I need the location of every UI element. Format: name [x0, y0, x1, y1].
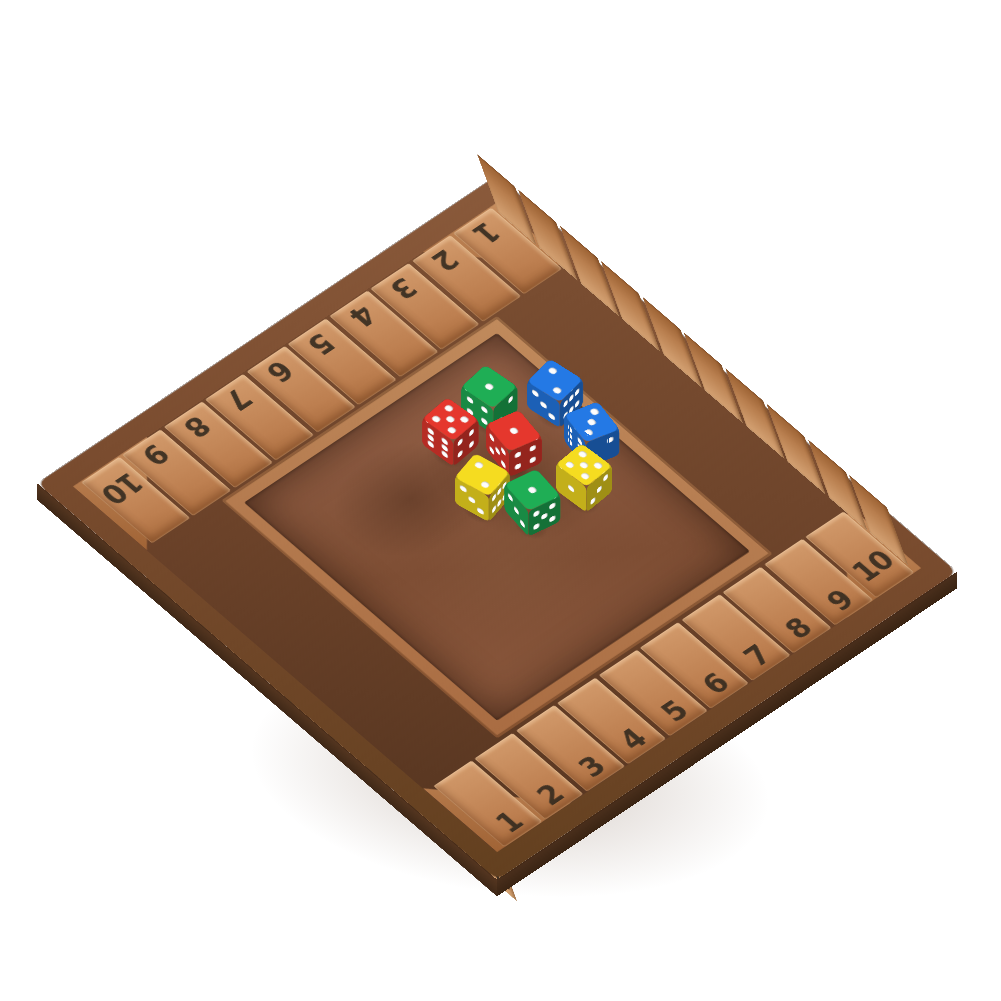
pip [458, 438, 463, 447]
pip [563, 399, 568, 409]
pip [508, 395, 513, 405]
pip [534, 522, 540, 530]
pip [468, 495, 475, 504]
pip [597, 485, 602, 494]
pip [547, 366, 558, 375]
pip [530, 456, 537, 464]
pip [490, 445, 495, 456]
pip [541, 512, 547, 520]
pip [477, 506, 484, 515]
pip [552, 386, 563, 395]
pip [580, 471, 591, 480]
pip [592, 461, 603, 470]
pip [532, 389, 539, 398]
pip [549, 515, 555, 523]
pip [460, 485, 467, 494]
tile-number: 2 [424, 243, 466, 276]
pip [549, 502, 555, 510]
pip [481, 405, 487, 414]
pip [520, 518, 525, 529]
pip [578, 461, 589, 470]
pip [446, 425, 457, 434]
pip [548, 411, 555, 420]
pip [445, 415, 456, 424]
pip [480, 480, 491, 489]
pip [540, 400, 547, 409]
pip [474, 461, 485, 470]
pip [589, 408, 600, 416]
pip [534, 510, 540, 518]
pip [492, 492, 496, 502]
pip [508, 427, 519, 435]
pip [469, 428, 474, 437]
pip [508, 493, 513, 504]
pip [568, 484, 574, 494]
scene: 123456789101234567891012345678910 [0, 0, 1001, 1001]
tile-number: 9 [134, 437, 176, 470]
tile-number: 6 [259, 354, 301, 387]
pip [515, 463, 522, 471]
pip [467, 395, 473, 404]
pip [443, 404, 454, 413]
pip [492, 504, 496, 514]
pip [458, 415, 469, 424]
pip [591, 496, 596, 505]
pip [431, 415, 442, 424]
pip [514, 505, 519, 516]
tile-number: 5 [300, 327, 342, 360]
pip [575, 399, 580, 409]
pip [583, 428, 594, 436]
tile-number: 7 [217, 382, 259, 415]
pip [484, 382, 495, 391]
pip [515, 451, 522, 459]
pip [603, 473, 608, 482]
pip [527, 486, 538, 494]
pip [586, 418, 597, 426]
tile-number: 4 [341, 299, 383, 332]
pip [469, 440, 474, 449]
pip [607, 436, 614, 444]
pip [569, 393, 574, 403]
tile-number: 3 [383, 271, 425, 304]
pip [497, 498, 501, 508]
pip [497, 486, 501, 496]
pip [565, 460, 576, 469]
tile-number: 1 [465, 216, 507, 249]
pip [495, 446, 500, 457]
pip [458, 449, 463, 458]
pip [575, 387, 580, 397]
tile-number: 8 [176, 410, 218, 443]
pip [577, 450, 588, 459]
pip [530, 444, 537, 452]
